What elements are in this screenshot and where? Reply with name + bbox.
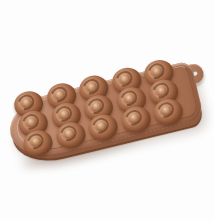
mold-tray [4, 60, 205, 163]
product-photo [0, 0, 214, 220]
cavity-grid [12, 54, 204, 173]
